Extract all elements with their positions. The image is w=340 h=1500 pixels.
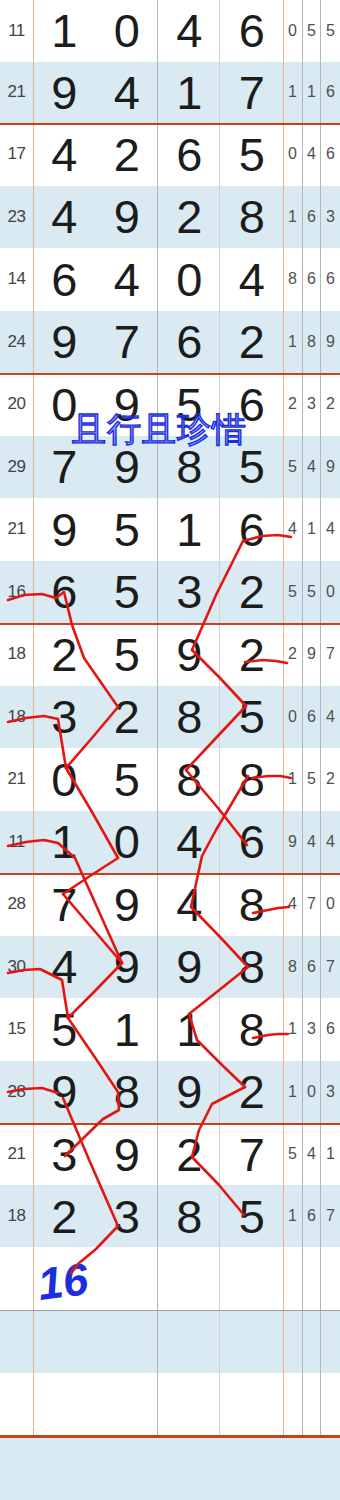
draw-digit-cell: 8 xyxy=(221,193,284,240)
draw-digit-cell: 2 xyxy=(96,693,159,740)
stat-digit-cell: 6 xyxy=(302,708,321,726)
empty-row xyxy=(0,1373,340,1436)
trend-row: 219516414 xyxy=(0,498,340,561)
trend-row: 219417116 xyxy=(0,62,340,124)
group-separator-line xyxy=(0,373,340,376)
draw-digit-cell: 1 xyxy=(158,69,221,116)
stat-digit-cell: 4 xyxy=(321,833,340,851)
stat-digit-cell: 1 xyxy=(283,1207,302,1225)
group-separator-line xyxy=(0,1123,340,1126)
stat-digit-cell: 7 xyxy=(302,895,321,913)
draw-digit-cell: 7 xyxy=(221,1131,284,1178)
trend-row: 182385167 xyxy=(0,1185,340,1247)
stat-digit-cell: 6 xyxy=(302,958,321,976)
stat-digit-cell: 7 xyxy=(321,1207,340,1225)
draw-digit-cell: 2 xyxy=(158,193,221,240)
draw-digit-cell: 9 xyxy=(158,1068,221,1115)
draw-digit-cell: 7 xyxy=(221,69,284,116)
period-sum-cell: 28 xyxy=(0,1082,33,1102)
draw-digit-cell: 2 xyxy=(33,631,96,678)
trend-row: 210588152 xyxy=(0,748,340,811)
draw-digit-cell: 2 xyxy=(221,318,284,365)
trend-row: 183285064 xyxy=(0,686,340,749)
period-sum-cell: 21 xyxy=(0,82,33,102)
trend-row: 287948470 xyxy=(0,873,340,936)
stat-digit-cell: 9 xyxy=(302,645,321,663)
stat-digit-cell: 2 xyxy=(283,395,302,413)
stat-digit-cell: 9 xyxy=(321,458,340,476)
stat-digit-cell: 2 xyxy=(321,770,340,788)
draw-digit-cell: 9 xyxy=(33,69,96,116)
period-sum-cell: 24 xyxy=(0,332,33,352)
period-sum-cell: 18 xyxy=(0,707,33,727)
draw-digit-cell: 6 xyxy=(33,568,96,615)
draw-digit-cell: 6 xyxy=(221,818,284,865)
handwritten-blue-text: 且行且珍惜 xyxy=(72,407,247,453)
stat-digit-cell: 6 xyxy=(321,83,340,101)
draw-digit-cell: 0 xyxy=(96,818,159,865)
draw-digit-cell: 3 xyxy=(33,693,96,740)
stat-digit-cell: 1 xyxy=(283,770,302,788)
group-separator-line xyxy=(0,623,340,626)
trend-row: 234928163 xyxy=(0,186,340,249)
period-sum-cell: 14 xyxy=(0,269,33,289)
stat-digit-cell: 8 xyxy=(302,333,321,351)
group-separator-line xyxy=(0,873,340,876)
period-sum-cell: 21 xyxy=(0,519,33,539)
stat-digit-cell: 6 xyxy=(302,270,321,288)
stat-digit-cell: 9 xyxy=(321,333,340,351)
period-sum-cell: 20 xyxy=(0,394,33,414)
draw-digit-cell: 4 xyxy=(96,69,159,116)
draw-digit-cell: 9 xyxy=(158,943,221,990)
draw-digit-cell: 8 xyxy=(158,1193,221,1240)
stat-digit-cell: 8 xyxy=(283,958,302,976)
draw-digit-cell: 2 xyxy=(221,631,284,678)
draw-digit-cell: 7 xyxy=(96,318,159,365)
stat-digit-cell: 6 xyxy=(302,208,321,226)
draw-digit-cell: 1 xyxy=(33,818,96,865)
period-sum-cell: 18 xyxy=(0,644,33,664)
stat-digit-cell: 1 xyxy=(283,208,302,226)
draw-digit-cell: 4 xyxy=(158,7,221,54)
trend-row: 174265046 xyxy=(0,123,340,186)
draw-digit-cell: 5 xyxy=(96,756,159,803)
draw-digit-cell: 9 xyxy=(158,631,221,678)
draw-digit-cell: 2 xyxy=(158,1131,221,1178)
period-sum-cell: 21 xyxy=(0,1144,33,1164)
draw-digit-cell: 6 xyxy=(33,256,96,303)
stat-digit-cell: 3 xyxy=(321,1083,340,1101)
stat-digit-cell: 2 xyxy=(283,645,302,663)
trend-row: 146404866 xyxy=(0,248,340,311)
stat-digit-cell: 2 xyxy=(321,395,340,413)
draw-digit-cell: 5 xyxy=(96,631,159,678)
draw-digit-cell: 2 xyxy=(221,1068,284,1115)
draw-digit-cell: 3 xyxy=(33,1131,96,1178)
draw-digit-cell: 6 xyxy=(158,318,221,365)
empty-row xyxy=(0,1436,340,1500)
stat-digit-cell: 5 xyxy=(283,458,302,476)
draw-digit-cell: 2 xyxy=(96,131,159,178)
draw-digit-cell: 4 xyxy=(221,256,284,303)
draw-digit-cell: 1 xyxy=(158,506,221,553)
stat-digit-cell: 4 xyxy=(302,458,321,476)
period-sum-cell: 11 xyxy=(0,832,33,852)
period-sum-cell: 21 xyxy=(0,769,33,789)
stat-digit-cell: 0 xyxy=(321,895,340,913)
draw-digit-cell: 8 xyxy=(221,881,284,928)
stat-digit-cell: 0 xyxy=(283,22,302,40)
stat-digit-cell: 6 xyxy=(321,145,340,163)
stat-digit-cell: 1 xyxy=(321,1145,340,1163)
draw-digit-cell: 5 xyxy=(33,1006,96,1053)
draw-digit-cell: 5 xyxy=(96,568,159,615)
draw-digit-cell: 0 xyxy=(33,756,96,803)
stat-digit-cell: 9 xyxy=(283,833,302,851)
draw-digit-cell: 5 xyxy=(221,693,284,740)
draw-digit-cell: 3 xyxy=(96,1193,159,1240)
stat-digit-cell: 6 xyxy=(321,270,340,288)
stat-digit-cell: 0 xyxy=(321,583,340,601)
period-sum-cell: 30 xyxy=(0,957,33,977)
draw-digit-cell: 4 xyxy=(96,256,159,303)
draw-digit-cell: 2 xyxy=(221,568,284,615)
draw-digit-cell: 1 xyxy=(158,1006,221,1053)
stat-digit-cell: 1 xyxy=(283,1020,302,1038)
draw-digit-cell: 9 xyxy=(33,506,96,553)
draw-digit-cell: 9 xyxy=(96,1131,159,1178)
draw-digit-cell: 9 xyxy=(96,193,159,240)
period-sum-cell: 23 xyxy=(0,207,33,227)
draw-digit-cell: 6 xyxy=(221,506,284,553)
stat-digit-cell: 4 xyxy=(302,833,321,851)
row-divider-line xyxy=(0,1310,340,1311)
stat-digit-cell: 4 xyxy=(283,895,302,913)
trend-row: 111046944 xyxy=(0,811,340,874)
stat-digit-cell: 0 xyxy=(283,145,302,163)
empty-row xyxy=(0,1310,340,1373)
draw-digit-cell: 1 xyxy=(96,1006,159,1053)
stat-digit-cell: 6 xyxy=(321,1020,340,1038)
stat-digit-cell: 1 xyxy=(283,1083,302,1101)
draw-digit-cell: 4 xyxy=(33,193,96,240)
trend-row: 111046055 xyxy=(0,0,340,62)
stat-digit-cell: 5 xyxy=(302,583,321,601)
stat-digit-cell: 1 xyxy=(283,83,302,101)
period-sum-cell: 11 xyxy=(0,21,33,41)
draw-digit-cell: 4 xyxy=(158,818,221,865)
trend-row: 249762189 xyxy=(0,311,340,374)
stat-digit-cell: 6 xyxy=(302,1207,321,1225)
trend-row: 213927541 xyxy=(0,1123,340,1185)
draw-digit-cell: 3 xyxy=(158,568,221,615)
draw-digit-cell: 5 xyxy=(221,1193,284,1240)
trend-row: 155118136 xyxy=(0,998,340,1061)
draw-digit-cell: 8 xyxy=(221,1006,284,1053)
draw-digit-cell: 5 xyxy=(96,506,159,553)
draw-digit-cell: 8 xyxy=(96,1068,159,1115)
stat-digit-cell: 4 xyxy=(321,708,340,726)
period-sum-cell: 29 xyxy=(0,457,33,477)
draw-digit-cell: 0 xyxy=(158,256,221,303)
stat-digit-cell: 0 xyxy=(302,1083,321,1101)
stat-digit-cell: 5 xyxy=(283,583,302,601)
stat-digit-cell: 7 xyxy=(321,958,340,976)
draw-digit-cell: 9 xyxy=(96,943,159,990)
period-sum-cell: 28 xyxy=(0,894,33,914)
draw-digit-cell: 6 xyxy=(221,7,284,54)
period-sum-cell: 16 xyxy=(0,582,33,602)
stat-digit-cell: 4 xyxy=(283,520,302,538)
stat-digit-cell: 3 xyxy=(302,1020,321,1038)
stat-digit-cell: 0 xyxy=(283,708,302,726)
stat-digit-cell: 5 xyxy=(321,22,340,40)
stat-digit-cell: 4 xyxy=(302,145,321,163)
trend-row: 182592297 xyxy=(0,623,340,686)
stat-digit-cell: 5 xyxy=(302,22,321,40)
draw-digit-cell: 4 xyxy=(33,943,96,990)
draw-digit-cell: 1 xyxy=(33,7,96,54)
draw-digit-cell: 8 xyxy=(158,756,221,803)
draw-digit-cell: 9 xyxy=(33,1068,96,1115)
trend-row: 166532550 xyxy=(0,561,340,624)
draw-digit-cell: 9 xyxy=(33,318,96,365)
draw-digit-cell: 6 xyxy=(158,131,221,178)
draw-digit-cell: 2 xyxy=(33,1193,96,1240)
period-sum-cell: 17 xyxy=(0,144,33,164)
stat-digit-cell: 1 xyxy=(302,520,321,538)
draw-digit-cell: 4 xyxy=(33,131,96,178)
handwritten-blue-number: 16 xyxy=(35,1253,91,1311)
draw-digit-cell: 8 xyxy=(221,756,284,803)
draw-digit-cell: 5 xyxy=(221,131,284,178)
draw-digit-cell: 9 xyxy=(96,881,159,928)
draw-digit-cell: 0 xyxy=(96,7,159,54)
stat-digit-cell: 1 xyxy=(302,83,321,101)
stat-digit-cell: 3 xyxy=(302,395,321,413)
draw-digit-cell: 7 xyxy=(33,881,96,928)
trend-row: 304998867 xyxy=(0,936,340,999)
draw-digit-cell: 8 xyxy=(221,943,284,990)
stat-digit-cell: 1 xyxy=(283,333,302,351)
stat-digit-cell: 5 xyxy=(302,770,321,788)
stat-digit-cell: 5 xyxy=(283,1145,302,1163)
stat-digit-cell: 4 xyxy=(302,1145,321,1163)
period-sum-cell: 15 xyxy=(0,1019,33,1039)
draw-digit-cell: 8 xyxy=(158,693,221,740)
period-sum-cell: 18 xyxy=(0,1206,33,1226)
lottery-trend-chart: 1110460552194171161742650462349281631464… xyxy=(0,0,340,1500)
stat-digit-cell: 3 xyxy=(321,208,340,226)
group-separator-line xyxy=(0,1435,340,1438)
trend-row: 289892103 xyxy=(0,1061,340,1124)
stat-digit-cell: 7 xyxy=(321,645,340,663)
stat-digit-cell: 8 xyxy=(283,270,302,288)
group-separator-line xyxy=(0,123,340,126)
stat-digit-cell: 4 xyxy=(321,520,340,538)
draw-digit-cell: 4 xyxy=(158,881,221,928)
